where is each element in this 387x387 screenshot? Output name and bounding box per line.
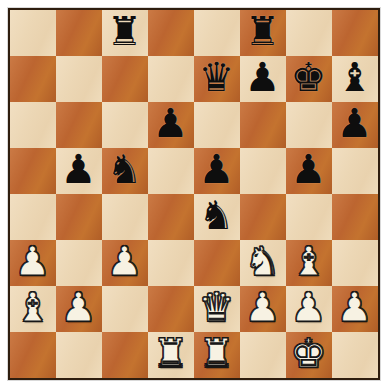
square-e7[interactable]: ♛ bbox=[194, 56, 240, 102]
square-c5[interactable]: ♞ bbox=[102, 148, 148, 194]
piece-white-pawn: ♟ bbox=[337, 287, 373, 327]
square-c1[interactable] bbox=[102, 332, 148, 378]
square-h1[interactable] bbox=[332, 332, 378, 378]
square-h6[interactable]: ♟ bbox=[332, 102, 378, 148]
square-h2[interactable]: ♟ bbox=[332, 286, 378, 332]
piece-white-king: ♚ bbox=[291, 333, 327, 373]
square-b3[interactable] bbox=[56, 240, 102, 286]
square-d4[interactable] bbox=[148, 194, 194, 240]
square-e5[interactable]: ♟ bbox=[194, 148, 240, 194]
square-e8[interactable] bbox=[194, 10, 240, 56]
piece-white-pawn: ♟ bbox=[61, 287, 97, 327]
square-g3[interactable]: ♝ bbox=[286, 240, 332, 286]
piece-white-rook: ♜ bbox=[153, 333, 189, 373]
square-g8[interactable] bbox=[286, 10, 332, 56]
square-a1[interactable] bbox=[10, 332, 56, 378]
square-d1[interactable]: ♜ bbox=[148, 332, 194, 378]
square-e1[interactable]: ♜ bbox=[194, 332, 240, 378]
square-f1[interactable] bbox=[240, 332, 286, 378]
square-g2[interactable]: ♟ bbox=[286, 286, 332, 332]
piece-white-bishop: ♝ bbox=[15, 287, 51, 327]
piece-white-bishop: ♝ bbox=[291, 241, 327, 281]
square-e4[interactable]: ♞ bbox=[194, 194, 240, 240]
piece-white-knight: ♞ bbox=[245, 241, 281, 281]
square-b2[interactable]: ♟ bbox=[56, 286, 102, 332]
square-h5[interactable] bbox=[332, 148, 378, 194]
square-d6[interactable]: ♟ bbox=[148, 102, 194, 148]
piece-black-pawn: ♟ bbox=[245, 57, 281, 97]
square-f8[interactable]: ♜ bbox=[240, 10, 286, 56]
square-b8[interactable] bbox=[56, 10, 102, 56]
square-a6[interactable] bbox=[10, 102, 56, 148]
square-f3[interactable]: ♞ bbox=[240, 240, 286, 286]
square-b6[interactable] bbox=[56, 102, 102, 148]
piece-black-pawn: ♟ bbox=[61, 149, 97, 189]
board-frame: ♜♜♛♟♚♝♟♟♟♞♟♟♞♟♟♞♝♝♟♛♟♟♟♜♜♚ bbox=[8, 8, 380, 380]
square-g7[interactable]: ♚ bbox=[286, 56, 332, 102]
square-c2[interactable] bbox=[102, 286, 148, 332]
square-g4[interactable] bbox=[286, 194, 332, 240]
square-h8[interactable] bbox=[332, 10, 378, 56]
piece-black-pawn: ♟ bbox=[291, 149, 327, 189]
piece-black-pawn: ♟ bbox=[337, 103, 373, 143]
square-d5[interactable] bbox=[148, 148, 194, 194]
piece-black-rook: ♜ bbox=[107, 11, 143, 51]
piece-black-queen: ♛ bbox=[199, 57, 235, 97]
square-f4[interactable] bbox=[240, 194, 286, 240]
square-a8[interactable] bbox=[10, 10, 56, 56]
square-d2[interactable] bbox=[148, 286, 194, 332]
square-g1[interactable]: ♚ bbox=[286, 332, 332, 378]
piece-white-pawn: ♟ bbox=[245, 287, 281, 327]
square-a3[interactable]: ♟ bbox=[10, 240, 56, 286]
square-d8[interactable] bbox=[148, 10, 194, 56]
square-e2[interactable]: ♛ bbox=[194, 286, 240, 332]
square-c4[interactable] bbox=[102, 194, 148, 240]
square-h4[interactable] bbox=[332, 194, 378, 240]
square-a5[interactable] bbox=[10, 148, 56, 194]
square-e6[interactable] bbox=[194, 102, 240, 148]
square-b7[interactable] bbox=[56, 56, 102, 102]
square-f2[interactable]: ♟ bbox=[240, 286, 286, 332]
square-a2[interactable]: ♝ bbox=[10, 286, 56, 332]
square-h7[interactable]: ♝ bbox=[332, 56, 378, 102]
piece-black-king: ♚ bbox=[291, 57, 327, 97]
square-f5[interactable] bbox=[240, 148, 286, 194]
piece-white-pawn: ♟ bbox=[15, 241, 51, 281]
piece-white-rook: ♜ bbox=[199, 333, 235, 373]
piece-black-knight: ♞ bbox=[199, 195, 235, 235]
square-d7[interactable] bbox=[148, 56, 194, 102]
piece-black-pawn: ♟ bbox=[153, 103, 189, 143]
square-c8[interactable]: ♜ bbox=[102, 10, 148, 56]
square-e3[interactable] bbox=[194, 240, 240, 286]
square-a7[interactable] bbox=[10, 56, 56, 102]
chess-diagram-page: ♜♜♛♟♚♝♟♟♟♞♟♟♞♟♟♞♝♝♟♛♟♟♟♜♜♚ bbox=[0, 0, 387, 387]
square-b4[interactable] bbox=[56, 194, 102, 240]
square-b1[interactable] bbox=[56, 332, 102, 378]
square-g6[interactable] bbox=[286, 102, 332, 148]
square-g5[interactable]: ♟ bbox=[286, 148, 332, 194]
square-c3[interactable]: ♟ bbox=[102, 240, 148, 286]
piece-black-rook: ♜ bbox=[245, 11, 281, 51]
piece-white-pawn: ♟ bbox=[107, 241, 143, 281]
square-c7[interactable] bbox=[102, 56, 148, 102]
piece-black-knight: ♞ bbox=[107, 149, 143, 189]
piece-white-pawn: ♟ bbox=[291, 287, 327, 327]
square-f6[interactable] bbox=[240, 102, 286, 148]
square-c6[interactable] bbox=[102, 102, 148, 148]
piece-black-bishop: ♝ bbox=[337, 57, 373, 97]
square-f7[interactable]: ♟ bbox=[240, 56, 286, 102]
square-d3[interactable] bbox=[148, 240, 194, 286]
chess-board: ♜♜♛♟♚♝♟♟♟♞♟♟♞♟♟♞♝♝♟♛♟♟♟♜♜♚ bbox=[10, 10, 378, 378]
piece-black-pawn: ♟ bbox=[199, 149, 235, 189]
square-a4[interactable] bbox=[10, 194, 56, 240]
square-h3[interactable] bbox=[332, 240, 378, 286]
piece-white-queen: ♛ bbox=[199, 287, 235, 327]
square-b5[interactable]: ♟ bbox=[56, 148, 102, 194]
